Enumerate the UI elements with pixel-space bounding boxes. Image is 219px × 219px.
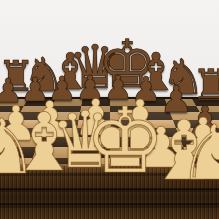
rail-seam bbox=[0, 203, 219, 205]
piece-white-rook-h1[interactable]: ♜ bbox=[215, 121, 219, 195]
chess-set-photo: ♜♞♝♛♚♝♞♜♟♟♟♟♟♟♟♟♟♟♟♟♟♟♟♟♜♞♝♛♚♝♞♜ bbox=[0, 0, 219, 219]
piece-white-knight-g1[interactable]: ♞ bbox=[178, 115, 219, 191]
